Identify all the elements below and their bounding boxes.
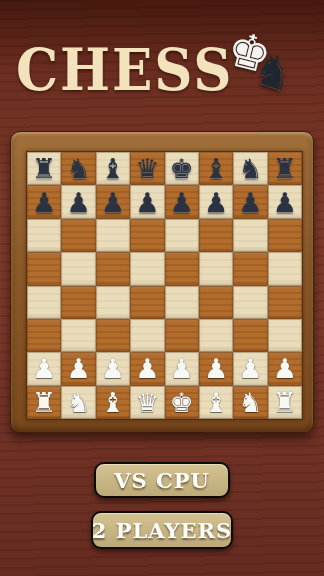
square-d7: ♟ [130, 185, 164, 218]
square-a8: ♜ [27, 152, 61, 185]
square-a3 [27, 319, 61, 352]
square-e5 [165, 252, 199, 285]
white-pawn: ♟ [238, 355, 262, 382]
square-b3 [61, 319, 95, 352]
square-f5 [199, 252, 233, 285]
square-a4 [27, 286, 61, 319]
square-d1: ♛ [130, 386, 164, 419]
square-h7: ♟ [268, 185, 302, 218]
white-bishop: ♝ [204, 389, 228, 416]
white-queen: ♛ [135, 389, 159, 416]
square-b5 [61, 252, 95, 285]
white-pawn: ♟ [101, 355, 125, 382]
square-f6 [199, 219, 233, 252]
square-d4 [130, 286, 164, 319]
black-pawn: ♟ [66, 189, 90, 216]
square-e2: ♟ [165, 352, 199, 385]
square-c3 [96, 319, 130, 352]
square-g3 [233, 319, 267, 352]
square-b8: ♞ [61, 152, 95, 185]
black-rook: ♜ [273, 155, 297, 182]
black-pawn: ♟ [101, 189, 125, 216]
square-c2: ♟ [96, 352, 130, 385]
square-b6 [61, 219, 95, 252]
white-king: ♚ [170, 389, 194, 416]
square-h8: ♜ [268, 152, 302, 185]
square-d5 [130, 252, 164, 285]
vs-cpu-button[interactable]: VS CPU [94, 462, 230, 498]
white-rook: ♜ [32, 389, 56, 416]
square-c8: ♝ [96, 152, 130, 185]
square-h6 [268, 219, 302, 252]
white-pawn: ♟ [32, 355, 56, 382]
square-b4 [61, 286, 95, 319]
black-king: ♚ [170, 155, 194, 182]
square-g7: ♟ [233, 185, 267, 218]
square-e1: ♚ [165, 386, 199, 419]
square-d3 [130, 319, 164, 352]
square-a1: ♜ [27, 386, 61, 419]
square-d8: ♛ [130, 152, 164, 185]
square-g6 [233, 219, 267, 252]
square-e6 [165, 219, 199, 252]
black-pawn: ♟ [273, 189, 297, 216]
square-e7: ♟ [165, 185, 199, 218]
app-title: CHESS [16, 36, 233, 103]
white-pawn: ♟ [170, 355, 194, 382]
square-c1: ♝ [96, 386, 130, 419]
square-f1: ♝ [199, 386, 233, 419]
black-bishop: ♝ [101, 155, 125, 182]
white-pawn: ♟ [135, 355, 159, 382]
square-e3 [165, 319, 199, 352]
square-c4 [96, 286, 130, 319]
square-f7: ♟ [199, 185, 233, 218]
black-pawn: ♟ [170, 189, 194, 216]
white-bishop: ♝ [101, 389, 125, 416]
square-f2: ♟ [199, 352, 233, 385]
square-f3 [199, 319, 233, 352]
square-c7: ♟ [96, 185, 130, 218]
white-pawn: ♟ [273, 355, 297, 382]
white-pawn: ♟ [66, 355, 90, 382]
square-b7: ♟ [61, 185, 95, 218]
square-f4 [199, 286, 233, 319]
square-a2: ♟ [27, 352, 61, 385]
two-players-button[interactable]: 2 PLAYERS [91, 511, 233, 549]
black-pawn: ♟ [238, 189, 262, 216]
black-rook: ♜ [32, 155, 56, 182]
black-pawn: ♟ [204, 189, 228, 216]
square-g4 [233, 286, 267, 319]
black-pawn: ♟ [32, 189, 56, 216]
square-h1: ♜ [268, 386, 302, 419]
square-g8: ♞ [233, 152, 267, 185]
square-g1: ♞ [233, 386, 267, 419]
square-h4 [268, 286, 302, 319]
black-knight: ♞ [66, 155, 90, 182]
square-a6 [27, 219, 61, 252]
square-b2: ♟ [61, 352, 95, 385]
square-a7: ♟ [27, 185, 61, 218]
square-g5 [233, 252, 267, 285]
white-knight: ♞ [66, 389, 90, 416]
white-knight: ♞ [238, 389, 262, 416]
square-g2: ♟ [233, 352, 267, 385]
square-f8: ♝ [199, 152, 233, 185]
black-queen: ♛ [135, 155, 159, 182]
board-frame: ♜♞♝♛♚♝♞♜♟♟♟♟♟♟♟♟♟♟♟♟♟♟♟♟♜♞♝♛♚♝♞♜ [10, 131, 314, 433]
square-e8: ♚ [165, 152, 199, 185]
white-rook: ♜ [273, 389, 297, 416]
square-a5 [27, 252, 61, 285]
chess-board: ♜♞♝♛♚♝♞♜♟♟♟♟♟♟♟♟♟♟♟♟♟♟♟♟♜♞♝♛♚♝♞♜ [26, 151, 303, 420]
black-bishop: ♝ [204, 155, 228, 182]
square-e4 [165, 286, 199, 319]
square-h3 [268, 319, 302, 352]
black-knight: ♞ [238, 155, 262, 182]
square-b1: ♞ [61, 386, 95, 419]
square-h5 [268, 252, 302, 285]
black-pawn: ♟ [135, 189, 159, 216]
square-c6 [96, 219, 130, 252]
square-d6 [130, 219, 164, 252]
square-h2: ♟ [268, 352, 302, 385]
white-pawn: ♟ [204, 355, 228, 382]
square-d2: ♟ [130, 352, 164, 385]
square-c5 [96, 252, 130, 285]
